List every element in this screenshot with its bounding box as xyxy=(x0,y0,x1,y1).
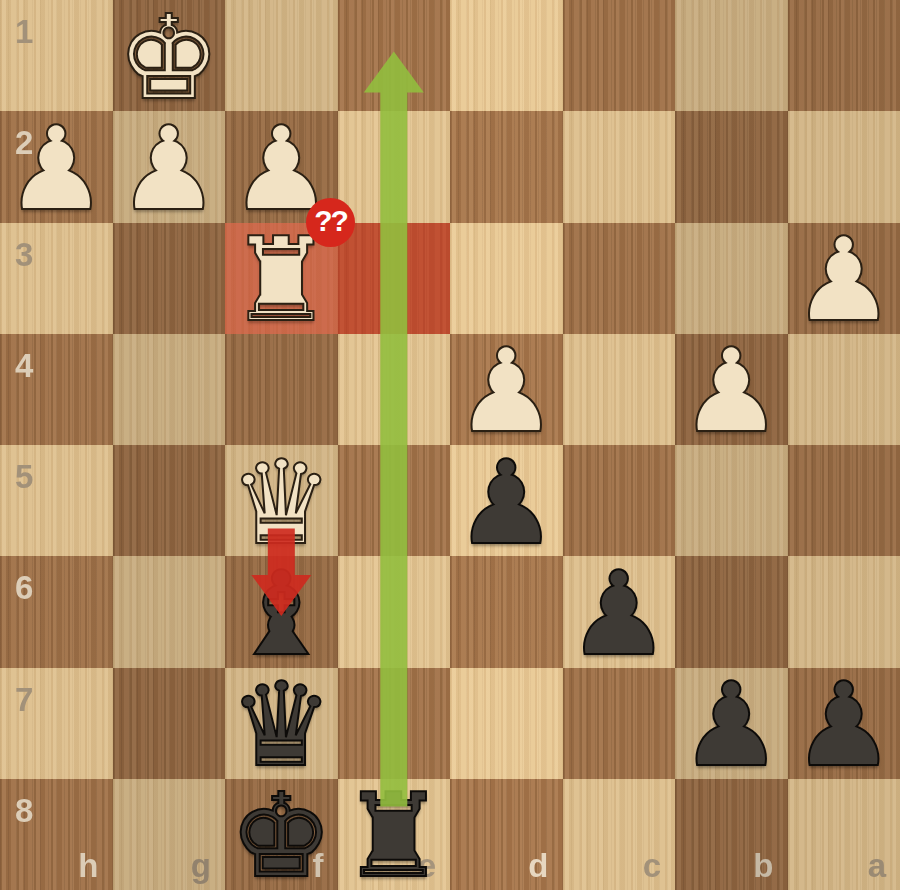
square-a4[interactable] xyxy=(788,334,900,445)
square-b6[interactable] xyxy=(675,556,788,667)
square-c8[interactable]: c xyxy=(563,779,676,890)
square-g7[interactable] xyxy=(113,668,226,779)
square-c2[interactable] xyxy=(563,111,676,222)
rank-label-1: 1 xyxy=(15,15,33,48)
square-a5[interactable] xyxy=(788,445,900,556)
square-c4[interactable] xyxy=(563,334,676,445)
square-e5[interactable] xyxy=(338,445,451,556)
white-queen-f5[interactable]: ♛ xyxy=(225,447,338,558)
file-label-d: d xyxy=(528,849,548,882)
white-pawn-b4[interactable]: ♟ xyxy=(675,336,788,447)
square-c7[interactable] xyxy=(563,668,676,779)
square-b8[interactable]: b xyxy=(675,779,788,890)
square-d6[interactable] xyxy=(450,556,563,667)
square-d8[interactable]: d xyxy=(450,779,563,890)
square-h5[interactable]: 5 xyxy=(0,445,113,556)
square-e4[interactable] xyxy=(338,334,451,445)
square-e3[interactable] xyxy=(338,223,451,334)
square-h7[interactable]: 7 xyxy=(0,668,113,779)
white-pawn-d4[interactable]: ♟ xyxy=(450,336,563,447)
black-pawn-b7[interactable]: ♟ xyxy=(675,670,788,781)
square-h1[interactable]: 1 xyxy=(0,0,113,111)
chess-board: 12345678hgfedcba ♚♟♟♟♜♟♟♟♛♟♝♟♛♟♟♚♜ ?? xyxy=(0,0,900,890)
rank-label-3: 3 xyxy=(15,238,33,271)
file-label-a: a xyxy=(868,849,886,882)
black-rook-e8[interactable]: ♜ xyxy=(338,781,451,890)
rank-label-5: 5 xyxy=(15,460,33,493)
file-label-g: g xyxy=(191,849,211,882)
white-king-g1[interactable]: ♚ xyxy=(113,2,226,113)
square-e1[interactable] xyxy=(338,0,451,111)
square-b5[interactable] xyxy=(675,445,788,556)
blunder-badge: ?? xyxy=(306,198,355,247)
file-label-b: b xyxy=(753,849,773,882)
square-e7[interactable] xyxy=(338,668,451,779)
square-a2[interactable] xyxy=(788,111,900,222)
square-g5[interactable] xyxy=(113,445,226,556)
square-b3[interactable] xyxy=(675,223,788,334)
square-a1[interactable] xyxy=(788,0,900,111)
square-f4[interactable] xyxy=(225,334,338,445)
white-pawn-a3[interactable]: ♟ xyxy=(788,225,900,336)
square-f1[interactable] xyxy=(225,0,338,111)
square-d3[interactable] xyxy=(450,223,563,334)
black-pawn-c6[interactable]: ♟ xyxy=(563,558,676,669)
black-king-f8[interactable]: ♚ xyxy=(225,781,338,890)
square-d2[interactable] xyxy=(450,111,563,222)
black-pawn-a7[interactable]: ♟ xyxy=(788,670,900,781)
square-b1[interactable] xyxy=(675,0,788,111)
square-d1[interactable] xyxy=(450,0,563,111)
white-pawn-g2[interactable]: ♟ xyxy=(113,113,226,224)
square-g8[interactable]: g xyxy=(113,779,226,890)
white-pawn-h2[interactable]: ♟ xyxy=(0,113,113,224)
square-h8[interactable]: 8h xyxy=(0,779,113,890)
square-h4[interactable]: 4 xyxy=(0,334,113,445)
square-e2[interactable] xyxy=(338,111,451,222)
square-a6[interactable] xyxy=(788,556,900,667)
file-label-c: c xyxy=(643,849,661,882)
black-queen-f7[interactable]: ♛ xyxy=(225,670,338,781)
square-b2[interactable] xyxy=(675,111,788,222)
rank-label-4: 4 xyxy=(15,349,33,382)
rank-label-7: 7 xyxy=(15,683,33,716)
black-bishop-f6[interactable]: ♝ xyxy=(225,558,338,669)
square-c1[interactable] xyxy=(563,0,676,111)
rank-label-8: 8 xyxy=(15,794,33,827)
square-e6[interactable] xyxy=(338,556,451,667)
square-c5[interactable] xyxy=(563,445,676,556)
file-label-h: h xyxy=(78,849,98,882)
square-h6[interactable]: 6 xyxy=(0,556,113,667)
square-d7[interactable] xyxy=(450,668,563,779)
rank-label-6: 6 xyxy=(15,571,33,604)
square-a8[interactable]: a xyxy=(788,779,900,890)
square-g3[interactable] xyxy=(113,223,226,334)
square-h3[interactable]: 3 xyxy=(0,223,113,334)
black-pawn-d5[interactable]: ♟ xyxy=(450,447,563,558)
square-g6[interactable] xyxy=(113,556,226,667)
square-c3[interactable] xyxy=(563,223,676,334)
square-g4[interactable] xyxy=(113,334,226,445)
